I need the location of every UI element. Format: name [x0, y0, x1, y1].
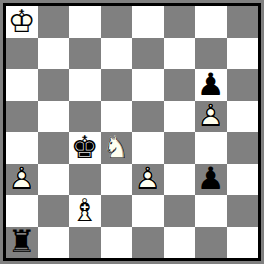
square-c8[interactable]	[69, 6, 101, 38]
square-c4[interactable]: ♚	[69, 132, 101, 164]
square-a4[interactable]	[6, 132, 38, 164]
square-e4[interactable]	[132, 132, 164, 164]
piece-fill: ♚	[8, 5, 36, 36]
board-frame: ♚♔♟♟♙♚♞♘♟♙♟♙♟♝♗♜	[3, 3, 261, 261]
square-e5[interactable]	[132, 101, 164, 133]
square-c1[interactable]	[69, 227, 101, 259]
square-c2[interactable]: ♝♗	[69, 195, 101, 227]
piece-black-king: ♚	[69, 132, 101, 164]
square-f8[interactable]	[164, 6, 196, 38]
piece-fill: ♟	[134, 163, 162, 194]
square-f7[interactable]	[164, 38, 196, 70]
square-d4[interactable]: ♞♘	[101, 132, 133, 164]
square-f5[interactable]	[164, 101, 196, 133]
piece-white-bishop: ♝♗	[69, 195, 101, 227]
piece-glyph: ♜	[8, 226, 36, 257]
square-b7[interactable]	[38, 38, 70, 70]
square-f3[interactable]	[164, 164, 196, 196]
square-b1[interactable]	[38, 227, 70, 259]
square-d8[interactable]	[101, 6, 133, 38]
square-d1[interactable]	[101, 227, 133, 259]
square-e6[interactable]	[132, 69, 164, 101]
square-e7[interactable]	[132, 38, 164, 70]
square-e8[interactable]	[132, 6, 164, 38]
square-d5[interactable]	[101, 101, 133, 133]
square-d7[interactable]	[101, 38, 133, 70]
piece-glyph: ♟	[197, 163, 225, 194]
square-f2[interactable]	[164, 195, 196, 227]
square-e2[interactable]	[132, 195, 164, 227]
piece-white-pawn: ♟♙	[195, 101, 227, 133]
piece-outline: ♘	[102, 131, 130, 162]
board-margin: ♚♔♟♟♙♚♞♘♟♙♟♙♟♝♗♜	[0, 0, 264, 264]
piece-white-pawn: ♟♙	[6, 164, 38, 196]
piece-fill: ♟	[197, 100, 225, 131]
square-f1[interactable]	[164, 227, 196, 259]
square-h7[interactable]	[227, 38, 259, 70]
piece-outline: ♗	[71, 194, 99, 225]
square-h3[interactable]	[227, 164, 259, 196]
square-b8[interactable]	[38, 6, 70, 38]
square-b4[interactable]	[38, 132, 70, 164]
piece-glyph: ♟	[197, 68, 225, 99]
square-c3[interactable]	[69, 164, 101, 196]
square-d6[interactable]	[101, 69, 133, 101]
square-g1[interactable]	[195, 227, 227, 259]
square-g6[interactable]: ♟	[195, 69, 227, 101]
piece-black-pawn: ♟	[195, 69, 227, 101]
square-h6[interactable]	[227, 69, 259, 101]
piece-fill: ♞	[102, 131, 130, 162]
square-a3[interactable]: ♟♙	[6, 164, 38, 196]
square-a8[interactable]: ♚♔	[6, 6, 38, 38]
square-g8[interactable]	[195, 6, 227, 38]
square-h4[interactable]	[227, 132, 259, 164]
piece-outline: ♙	[134, 163, 162, 194]
piece-glyph: ♚	[71, 131, 99, 162]
square-b6[interactable]	[38, 69, 70, 101]
square-f4[interactable]	[164, 132, 196, 164]
square-g3[interactable]: ♟	[195, 164, 227, 196]
square-b5[interactable]	[38, 101, 70, 133]
piece-white-king: ♚♔	[6, 6, 38, 38]
square-e3[interactable]: ♟♙	[132, 164, 164, 196]
square-h1[interactable]	[227, 227, 259, 259]
square-g4[interactable]	[195, 132, 227, 164]
square-a6[interactable]	[6, 69, 38, 101]
square-a2[interactable]	[6, 195, 38, 227]
piece-outline: ♙	[8, 163, 36, 194]
chess-board: ♚♔♟♟♙♚♞♘♟♙♟♙♟♝♗♜	[6, 6, 258, 258]
square-f6[interactable]	[164, 69, 196, 101]
piece-black-rook: ♜	[6, 227, 38, 259]
square-e1[interactable]	[132, 227, 164, 259]
piece-outline: ♔	[8, 5, 36, 36]
piece-outline: ♙	[197, 100, 225, 131]
square-c6[interactable]	[69, 69, 101, 101]
square-a7[interactable]	[6, 38, 38, 70]
piece-white-knight: ♞♘	[101, 132, 133, 164]
square-d3[interactable]	[101, 164, 133, 196]
square-c7[interactable]	[69, 38, 101, 70]
square-a1[interactable]: ♜	[6, 227, 38, 259]
square-d2[interactable]	[101, 195, 133, 227]
piece-black-pawn: ♟	[195, 164, 227, 196]
piece-white-pawn: ♟♙	[132, 164, 164, 196]
square-c5[interactable]	[69, 101, 101, 133]
square-h5[interactable]	[227, 101, 259, 133]
square-g2[interactable]	[195, 195, 227, 227]
square-g7[interactable]	[195, 38, 227, 70]
square-b3[interactable]	[38, 164, 70, 196]
square-h8[interactable]	[227, 6, 259, 38]
square-h2[interactable]	[227, 195, 259, 227]
square-g5[interactable]: ♟♙	[195, 101, 227, 133]
piece-fill: ♝	[71, 194, 99, 225]
piece-fill: ♟	[8, 163, 36, 194]
square-a5[interactable]	[6, 101, 38, 133]
square-b2[interactable]	[38, 195, 70, 227]
